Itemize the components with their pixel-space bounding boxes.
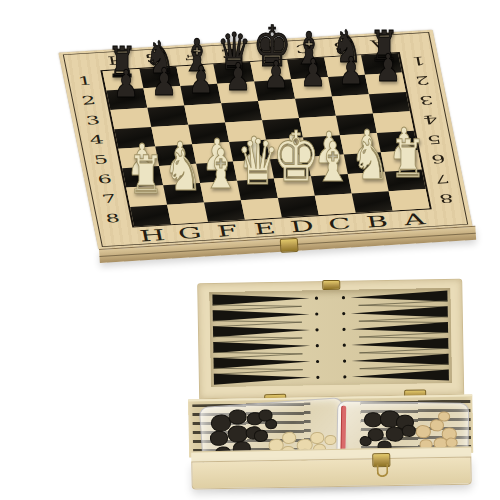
square-d4 xyxy=(262,118,303,140)
coordinate-label: C xyxy=(319,214,360,233)
chessman-in-bag xyxy=(254,429,269,442)
square-a7 xyxy=(384,169,425,191)
coordinate-label: E xyxy=(244,219,285,238)
square-c1 xyxy=(287,57,328,79)
square-g1 xyxy=(139,66,180,88)
square-b5 xyxy=(339,133,380,155)
coordinate-label: F xyxy=(171,46,212,65)
point-tip-dot xyxy=(316,344,319,347)
square-h1 xyxy=(102,69,143,91)
backgammon-board xyxy=(209,288,452,387)
square-a3 xyxy=(368,92,409,114)
square-c4 xyxy=(298,116,339,138)
square-c5 xyxy=(302,135,343,157)
coordinate-label: H xyxy=(132,226,173,245)
point-tip-dot xyxy=(343,359,346,362)
lid-latch xyxy=(322,280,340,290)
square-c2 xyxy=(291,77,332,99)
chessman-in-bag xyxy=(324,435,337,446)
coordinate-label: 8 xyxy=(95,208,130,230)
square-f1 xyxy=(176,64,217,86)
point-tip-dot xyxy=(315,328,318,331)
square-g5 xyxy=(155,144,196,166)
square-f2 xyxy=(180,84,221,106)
coordinate-label: 4 xyxy=(413,109,448,131)
square-d8 xyxy=(277,195,318,217)
product-photo: HGFEDCBA HGFEDCBA 12345678 12345678 ♜♞♝♛… xyxy=(0,0,500,500)
box-lid xyxy=(197,279,464,400)
chessman-in-bag xyxy=(265,419,278,430)
point-tip-dot xyxy=(342,296,345,299)
square-f5 xyxy=(192,142,233,164)
square-g7 xyxy=(163,183,204,205)
square-e8 xyxy=(240,198,281,220)
coordinate-label: 4 xyxy=(79,129,114,151)
square-e2 xyxy=(217,81,258,103)
coordinate-label: 7 xyxy=(425,168,460,190)
square-h6 xyxy=(122,166,163,188)
square-b6 xyxy=(343,152,384,174)
square-b4 xyxy=(335,113,376,135)
square-b8 xyxy=(351,191,392,213)
square-e3 xyxy=(221,101,262,123)
box-clasp-loop xyxy=(376,464,388,477)
coordinate-label: 2 xyxy=(71,90,106,112)
coordinate-label: H xyxy=(96,51,137,70)
square-h8 xyxy=(130,204,171,226)
point-tip-dot xyxy=(342,312,345,315)
point-tip-dot xyxy=(316,376,319,379)
square-e6 xyxy=(233,159,274,181)
square-e7 xyxy=(236,178,277,200)
coordinate-label: 1 xyxy=(67,70,102,92)
coordinate-label: 3 xyxy=(409,89,444,111)
coordinate-label: C xyxy=(283,39,324,58)
square-b3 xyxy=(331,94,372,116)
square-f8 xyxy=(203,200,244,222)
coordinate-label: A xyxy=(358,35,399,54)
square-h2 xyxy=(106,88,147,110)
chessman-in-bag xyxy=(438,411,450,421)
coordinate-label: 5 xyxy=(417,128,452,150)
square-f4 xyxy=(188,122,229,144)
square-f3 xyxy=(184,103,225,125)
square-h4 xyxy=(114,127,155,149)
point-tip-dot xyxy=(342,328,345,331)
backgammon-points xyxy=(209,288,452,387)
square-a4 xyxy=(372,111,413,133)
square-h7 xyxy=(126,185,167,207)
square-a2 xyxy=(364,72,405,94)
square-h5 xyxy=(118,146,159,168)
box-front xyxy=(191,457,471,490)
coordinate-label: 1 xyxy=(401,50,436,72)
coordinate-label: G xyxy=(134,48,175,67)
square-e5 xyxy=(229,140,270,162)
coordinate-label: E xyxy=(209,44,250,63)
square-b2 xyxy=(328,75,369,97)
coordinate-label: 5 xyxy=(83,149,118,171)
square-g4 xyxy=(151,125,192,147)
board-clasp xyxy=(280,238,299,253)
square-d6 xyxy=(269,157,310,179)
coordinate-label: F xyxy=(207,221,248,240)
box-clasp xyxy=(372,453,390,467)
square-b7 xyxy=(347,172,388,194)
chess-board: HGFEDCBA HGFEDCBA 12345678 12345678 xyxy=(58,30,472,250)
chessman-in-bag xyxy=(416,425,431,438)
chessman-in-bag xyxy=(210,430,229,446)
square-f6 xyxy=(196,161,237,183)
square-e1 xyxy=(213,62,254,84)
coordinate-label: D xyxy=(282,217,323,236)
coordinate-label: A xyxy=(394,210,435,229)
square-d3 xyxy=(258,98,299,120)
square-a8 xyxy=(388,189,429,211)
square-g6 xyxy=(159,163,200,185)
square-c8 xyxy=(314,193,355,215)
chessman-in-bag xyxy=(310,431,325,444)
coordinate-label: 3 xyxy=(75,109,110,131)
backgammon-point xyxy=(352,370,449,383)
square-d7 xyxy=(273,176,314,198)
backgammon-point xyxy=(212,293,309,306)
square-d2 xyxy=(254,79,295,101)
bag-zip-seal xyxy=(340,406,346,452)
chessman-in-bag xyxy=(360,436,372,446)
chessman-in-bag xyxy=(282,431,297,444)
point-tip-dot xyxy=(315,312,318,315)
square-e4 xyxy=(225,120,266,142)
square-a5 xyxy=(376,130,417,152)
square-a6 xyxy=(380,150,421,172)
square-d5 xyxy=(266,137,307,159)
point-tip-dot xyxy=(343,375,346,378)
coordinate-label: 7 xyxy=(91,188,126,210)
square-g2 xyxy=(143,86,184,108)
point-tip-dot xyxy=(316,360,319,363)
point-tip-dot xyxy=(343,344,346,347)
square-f7 xyxy=(200,181,241,203)
square-c3 xyxy=(295,96,336,118)
chessman-in-bag xyxy=(228,409,247,425)
coordinate-label: 6 xyxy=(87,168,122,190)
coordinate-label: B xyxy=(321,37,362,56)
coordinate-label: 8 xyxy=(429,187,464,209)
chessman-in-bag xyxy=(402,425,416,437)
coordinate-label: G xyxy=(169,224,210,243)
square-c6 xyxy=(306,154,347,176)
square-h3 xyxy=(110,107,151,129)
square-d1 xyxy=(250,60,291,82)
coordinate-label: D xyxy=(246,41,287,60)
storage-box xyxy=(184,278,480,491)
square-a1 xyxy=(361,53,402,75)
square-b1 xyxy=(324,55,365,77)
point-tip-dot xyxy=(315,297,318,300)
square-g8 xyxy=(167,202,208,224)
square-c7 xyxy=(310,174,351,196)
coordinate-label: B xyxy=(357,212,398,231)
coordinate-label: 2 xyxy=(405,69,440,91)
square-g3 xyxy=(147,105,188,127)
coordinate-label: 6 xyxy=(421,148,456,170)
checkerboard xyxy=(100,52,431,228)
